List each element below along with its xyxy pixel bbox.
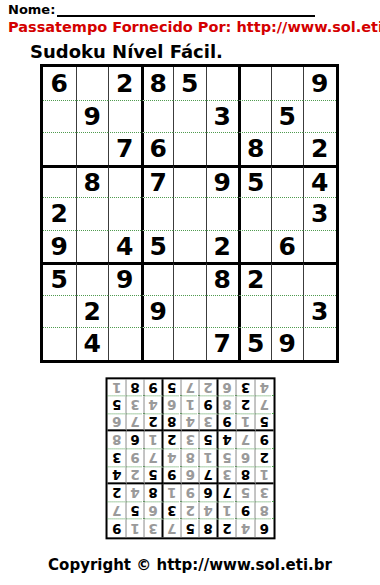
solution-cell-r2c7: 6 [145, 502, 163, 520]
cell-r9c8: 9 [271, 327, 304, 360]
cell-r3c6 [206, 132, 239, 165]
cell-r8c4: 9 [141, 295, 174, 328]
sudoku-puzzle-grid: 62859935768287954239452659822934759 [40, 64, 339, 363]
cell-r1c3: 2 [108, 67, 141, 100]
solution-cell-r3c8: 4 [126, 485, 144, 503]
cell-r5c1: 2 [43, 197, 76, 230]
cell-r1c6 [206, 67, 239, 100]
solution-cell-r3c7: 8 [145, 485, 163, 503]
solution-cell-r6c1: 9 [255, 432, 273, 450]
cell-r2c6: 3 [206, 100, 239, 133]
solution-cell-r7c1: 5 [255, 414, 273, 432]
cell-r2c3 [108, 100, 141, 133]
cell-r2c4 [141, 100, 174, 133]
cell-r6c7 [238, 230, 271, 263]
solution-cell-r1c6: 7 [163, 520, 181, 538]
solution-cell-r2c8: 5 [126, 502, 144, 520]
cell-r2c9 [303, 100, 336, 133]
solution-cell-r1c3: 2 [218, 520, 236, 538]
solution-cell-r6c2: 7 [237, 432, 255, 450]
cell-r1c5: 5 [173, 67, 206, 100]
solution-cell-r6c4: 5 [200, 432, 218, 450]
page-title: Sudoku Nível Fácil. [30, 41, 223, 62]
solution-cell-r7c5: 4 [182, 414, 200, 432]
solution-cell-r9c7: 9 [145, 379, 163, 397]
cell-r9c4 [141, 327, 174, 360]
cell-r4c6: 9 [206, 165, 239, 198]
solution-cell-r8c9: 5 [108, 397, 126, 415]
cell-r8c7 [238, 295, 271, 328]
solution-cell-r9c8: 8 [126, 379, 144, 397]
solution-cell-r7c8: 7 [126, 414, 144, 432]
cell-r1c9: 9 [303, 67, 336, 100]
cell-r9c5 [173, 327, 206, 360]
solution-cell-r7c9: 6 [108, 414, 126, 432]
cell-r7c9 [303, 262, 336, 295]
cell-r6c2 [76, 230, 109, 263]
solution-cell-r8c3: 8 [218, 397, 236, 415]
solution-cell-r1c1: 6 [255, 520, 273, 538]
cell-r6c1: 9 [43, 230, 76, 263]
cell-r9c3 [108, 327, 141, 360]
solution-cell-r7c6: 8 [163, 414, 181, 432]
cell-r6c8: 6 [271, 230, 304, 263]
solution-cell-r2c2: 9 [237, 502, 255, 520]
cell-r3c1 [43, 132, 76, 165]
solution-cell-r8c8: 3 [126, 397, 144, 415]
solution-cell-r1c9: 9 [108, 520, 126, 538]
cell-r7c7: 2 [238, 262, 271, 295]
solution-cell-r7c4: 3 [200, 414, 218, 432]
solution-cell-r3c9: 2 [108, 485, 126, 503]
solution-cell-r5c1: 2 [255, 449, 273, 467]
solution-cell-r1c2: 4 [237, 520, 255, 538]
solution-cell-r3c3: 7 [218, 485, 236, 503]
cell-r7c5 [173, 262, 206, 295]
cell-r5c3 [108, 197, 141, 230]
solution-cell-r4c9: 4 [108, 467, 126, 485]
name-label: Nome: [8, 2, 55, 17]
cell-r4c2: 8 [76, 165, 109, 198]
cell-r3c3: 7 [108, 132, 141, 165]
cell-r6c5 [173, 230, 206, 263]
solution-cell-r6c7: 1 [145, 432, 163, 450]
solution-cell-r6c9: 8 [108, 432, 126, 450]
cell-r7c1: 5 [43, 262, 76, 295]
cell-r4c4: 7 [141, 165, 174, 198]
cell-r4c3 [108, 165, 141, 198]
provider-line: Passatempo Fornecido Por: http://www.sol… [8, 19, 380, 35]
solution-cell-r1c4: 8 [200, 520, 218, 538]
cell-r4c9: 4 [303, 165, 336, 198]
solution-cell-r1c8: 1 [126, 520, 144, 538]
cell-r1c2 [76, 67, 109, 100]
solution-cell-r5c2: 6 [237, 449, 255, 467]
cell-r3c9: 2 [303, 132, 336, 165]
solution-cell-r3c4: 6 [200, 485, 218, 503]
cell-r7c4 [141, 262, 174, 295]
solution-cell-r6c8: 6 [126, 432, 144, 450]
solution-cell-r5c7: 7 [145, 449, 163, 467]
solution-cell-r4c3: 3 [218, 467, 236, 485]
solution-cell-r7c7: 2 [145, 414, 163, 432]
solution-cell-r5c3: 5 [218, 449, 236, 467]
copyright-line: Copyright © http://www.sol.eti.br [0, 556, 380, 574]
solution-cell-r2c4: 4 [200, 502, 218, 520]
cell-r6c4: 5 [141, 230, 174, 263]
solution-cell-r5c5: 8 [182, 449, 200, 467]
solution-cell-r2c5: 2 [182, 502, 200, 520]
solution-cell-r8c5: 1 [182, 397, 200, 415]
cell-r9c7: 5 [238, 327, 271, 360]
cell-r3c2 [76, 132, 109, 165]
solution-cell-r9c4: 2 [200, 379, 218, 397]
solution-cell-r7c3: 9 [218, 414, 236, 432]
cell-r5c9: 3 [303, 197, 336, 230]
solution-cell-r8c7: 4 [145, 397, 163, 415]
cell-r3c7: 8 [238, 132, 271, 165]
cell-r2c1 [43, 100, 76, 133]
solution-cell-r4c1: 1 [255, 467, 273, 485]
solution-cell-r5c6: 4 [163, 449, 181, 467]
solution-cell-r6c6: 2 [163, 432, 181, 450]
solution-cell-r9c2: 3 [237, 379, 255, 397]
cell-r6c9 [303, 230, 336, 263]
cell-r5c5 [173, 197, 206, 230]
solution-cell-r9c3: 6 [218, 379, 236, 397]
cell-r8c1 [43, 295, 76, 328]
solution-cell-r3c6: 1 [163, 485, 181, 503]
solution-cell-r1c7: 3 [145, 520, 163, 538]
solution-cell-r4c8: 2 [126, 467, 144, 485]
cell-r4c1 [43, 165, 76, 198]
solution-cell-r4c5: 6 [182, 467, 200, 485]
cell-r2c8: 5 [271, 100, 304, 133]
cell-r2c7 [238, 100, 271, 133]
solution-cell-r9c9: 1 [108, 379, 126, 397]
cell-r8c5 [173, 295, 206, 328]
solution-cell-r2c9: 7 [108, 502, 126, 520]
cell-r4c8 [271, 165, 304, 198]
solution-cell-r2c3: 1 [218, 502, 236, 520]
cell-r3c5 [173, 132, 206, 165]
cell-r6c3: 4 [108, 230, 141, 263]
cell-r1c4: 8 [141, 67, 174, 100]
solution-cell-r6c3: 4 [218, 432, 236, 450]
cell-r9c9 [303, 327, 336, 360]
solution-cell-r2c1: 8 [255, 502, 273, 520]
solution-cell-r8c1: 7 [255, 397, 273, 415]
solution-cell-r3c2: 5 [237, 485, 255, 503]
cell-r7c8 [271, 262, 304, 295]
cell-r1c8 [271, 67, 304, 100]
solution-cell-r2c6: 3 [163, 502, 181, 520]
cell-r9c1 [43, 327, 76, 360]
cell-r5c2 [76, 197, 109, 230]
solution-cell-r9c5: 7 [182, 379, 200, 397]
cell-r8c3 [108, 295, 141, 328]
cell-r5c8 [271, 197, 304, 230]
solution-cell-r5c8: 9 [126, 449, 144, 467]
cell-r7c6: 8 [206, 262, 239, 295]
cell-r8c8 [271, 295, 304, 328]
solution-cell-r9c1: 4 [255, 379, 273, 397]
solution-cell-r8c4: 9 [200, 397, 218, 415]
solution-cell-r3c1: 3 [255, 485, 273, 503]
cell-r4c7: 5 [238, 165, 271, 198]
solution-cell-r8c6: 6 [163, 397, 181, 415]
cell-r2c2: 9 [76, 100, 109, 133]
sudoku-solution-grid-upside-down: 6428573198914236573576918421837695242651… [106, 377, 276, 539]
cell-r9c6: 7 [206, 327, 239, 360]
solution-cell-r4c7: 5 [145, 467, 163, 485]
cell-r5c6 [206, 197, 239, 230]
cell-r4c5 [173, 165, 206, 198]
solution-cell-r6c5: 3 [182, 432, 200, 450]
cell-r8c6 [206, 295, 239, 328]
cell-r8c9: 3 [303, 295, 336, 328]
cell-r5c7 [238, 197, 271, 230]
solution-cell-r5c4: 1 [200, 449, 218, 467]
solution-cell-r7c2: 1 [237, 414, 255, 432]
solution-cell-r4c2: 8 [237, 467, 255, 485]
solution-cell-r3c5: 9 [182, 485, 200, 503]
solution-cell-r5c9: 3 [108, 449, 126, 467]
cell-r1c1: 6 [43, 67, 76, 100]
cell-r5c4 [141, 197, 174, 230]
solution-cell-r1c5: 5 [182, 520, 200, 538]
cell-r9c2: 4 [76, 327, 109, 360]
solution-cell-r8c2: 2 [237, 397, 255, 415]
cell-r7c3: 9 [108, 262, 141, 295]
cell-r3c4: 6 [141, 132, 174, 165]
name-blank-line [57, 3, 315, 17]
cell-r8c2: 2 [76, 295, 109, 328]
name-field-row: Nome: [8, 2, 372, 17]
solution-cell-r9c6: 5 [163, 379, 181, 397]
cell-r6c6: 2 [206, 230, 239, 263]
cell-r2c5 [173, 100, 206, 133]
cell-r7c2 [76, 262, 109, 295]
solution-cell-r4c6: 9 [163, 467, 181, 485]
solution-cell-r4c4: 7 [200, 467, 218, 485]
cell-r1c7 [238, 67, 271, 100]
cell-r3c8 [271, 132, 304, 165]
